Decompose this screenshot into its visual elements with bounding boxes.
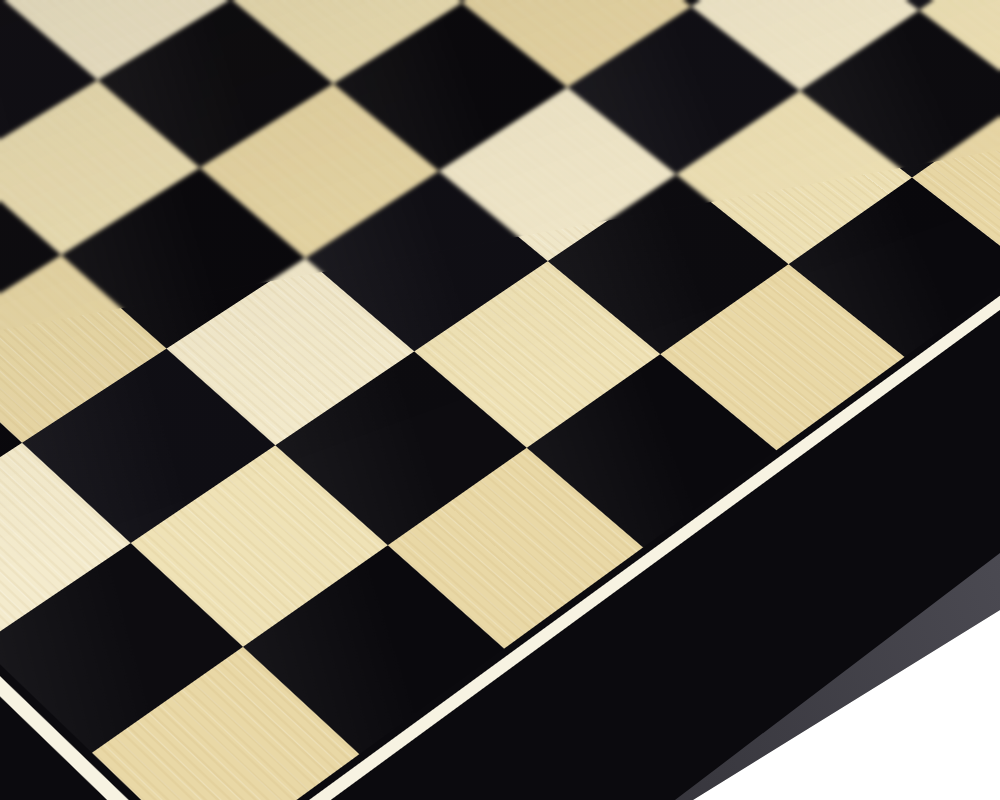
chess-board: [0, 0, 1000, 800]
chessboard-product-photo: [0, 0, 1000, 800]
